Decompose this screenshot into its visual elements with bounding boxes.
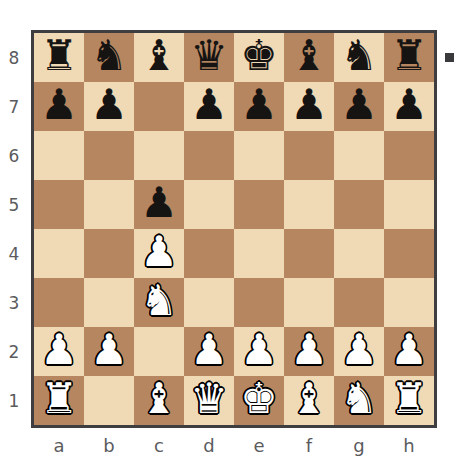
piece-white-rook-icon[interactable]: ♜ (40, 378, 78, 420)
square-h7[interactable]: ♟ (384, 82, 434, 131)
square-g1[interactable]: ♞ (334, 376, 384, 425)
square-g5[interactable] (334, 180, 384, 229)
square-e2[interactable]: ♟ (234, 327, 284, 376)
rank-label-8: 8 (0, 33, 28, 82)
square-a4[interactable] (34, 229, 84, 278)
piece-white-pawn-icon[interactable]: ♟ (190, 329, 228, 371)
square-c3[interactable]: ♞ (134, 278, 184, 327)
square-c8[interactable]: ♝ (134, 33, 184, 82)
square-f3[interactable] (284, 278, 334, 327)
square-b3[interactable] (84, 278, 134, 327)
piece-white-pawn-icon[interactable]: ♟ (40, 329, 78, 371)
square-e1[interactable]: ♚ (234, 376, 284, 425)
piece-white-king-icon[interactable]: ♚ (240, 378, 278, 420)
piece-black-pawn-icon[interactable]: ♟ (140, 182, 178, 224)
piece-black-pawn-icon[interactable]: ♟ (190, 84, 228, 126)
square-b7[interactable]: ♟ (84, 82, 134, 131)
square-f4[interactable] (284, 229, 334, 278)
square-g4[interactable] (334, 229, 384, 278)
file-label-c: c (134, 431, 184, 459)
square-c4[interactable]: ♟ (134, 229, 184, 278)
square-h4[interactable] (384, 229, 434, 278)
square-d8[interactable]: ♛ (184, 33, 234, 82)
square-b8[interactable]: ♞ (84, 33, 134, 82)
square-f7[interactable]: ♟ (284, 82, 334, 131)
piece-black-queen-icon[interactable]: ♛ (190, 35, 228, 77)
square-f8[interactable]: ♝ (284, 33, 334, 82)
piece-white-bishop-icon[interactable]: ♝ (140, 378, 178, 420)
piece-white-knight-icon[interactable]: ♞ (340, 378, 378, 420)
piece-white-rook-icon[interactable]: ♜ (390, 378, 428, 420)
square-e7[interactable]: ♟ (234, 82, 284, 131)
square-e6[interactable] (234, 131, 284, 180)
rank-label-7: 7 (0, 82, 28, 131)
square-a7[interactable]: ♟ (34, 82, 84, 131)
square-c1[interactable]: ♝ (134, 376, 184, 425)
square-c6[interactable] (134, 131, 184, 180)
piece-white-queen-icon[interactable]: ♛ (190, 378, 228, 420)
square-f1[interactable]: ♝ (284, 376, 334, 425)
piece-white-knight-icon[interactable]: ♞ (140, 280, 178, 322)
square-e4[interactable] (234, 229, 284, 278)
file-label-g: g (334, 431, 384, 459)
piece-white-pawn-icon[interactable]: ♟ (240, 329, 278, 371)
piece-white-pawn-icon[interactable]: ♟ (290, 329, 328, 371)
file-label-a: a (34, 431, 84, 459)
square-c7[interactable] (134, 82, 184, 131)
square-d4[interactable] (184, 229, 234, 278)
piece-black-bishop-icon[interactable]: ♝ (290, 35, 328, 77)
square-b4[interactable] (84, 229, 134, 278)
chess-board: ♜♞♝♛♚♝♞♜♟♟♟♟♟♟♟♟♟♞♟♟♟♟♟♟♟♜♝♛♚♝♞♜ (34, 33, 434, 425)
piece-white-pawn-icon[interactable]: ♟ (90, 329, 128, 371)
square-d1[interactable]: ♛ (184, 376, 234, 425)
piece-black-rook-icon[interactable]: ♜ (390, 35, 428, 77)
rank-label-6: 6 (0, 131, 28, 180)
piece-white-pawn-icon[interactable]: ♟ (340, 329, 378, 371)
square-h6[interactable] (384, 131, 434, 180)
piece-black-pawn-icon[interactable]: ♟ (340, 84, 378, 126)
square-h1[interactable]: ♜ (384, 376, 434, 425)
square-d6[interactable] (184, 131, 234, 180)
square-f2[interactable]: ♟ (284, 327, 334, 376)
square-d7[interactable]: ♟ (184, 82, 234, 131)
piece-black-pawn-icon[interactable]: ♟ (290, 84, 328, 126)
square-b1[interactable] (84, 376, 134, 425)
square-a5[interactable] (34, 180, 84, 229)
piece-black-bishop-icon[interactable]: ♝ (140, 35, 178, 77)
rank-label-4: 4 (0, 229, 28, 278)
rank-label-1: 1 (0, 376, 28, 425)
square-a1[interactable]: ♜ (34, 376, 84, 425)
square-g8[interactable]: ♞ (334, 33, 384, 82)
square-g7[interactable]: ♟ (334, 82, 384, 131)
piece-black-rook-icon[interactable]: ♜ (40, 35, 78, 77)
square-h3[interactable] (384, 278, 434, 327)
square-h5[interactable] (384, 180, 434, 229)
rank-label-5: 5 (0, 180, 28, 229)
square-e5[interactable] (234, 180, 284, 229)
piece-black-knight-icon[interactable]: ♞ (90, 35, 128, 77)
square-g2[interactable]: ♟ (334, 327, 384, 376)
square-a2[interactable]: ♟ (34, 327, 84, 376)
square-f5[interactable] (284, 180, 334, 229)
rank-labels: 87654321 (0, 33, 28, 425)
square-e3[interactable] (234, 278, 284, 327)
piece-black-knight-icon[interactable]: ♞ (340, 35, 378, 77)
file-label-h: h (384, 431, 434, 459)
piece-black-pawn-icon[interactable]: ♟ (390, 84, 428, 126)
piece-white-bishop-icon[interactable]: ♝ (290, 378, 328, 420)
square-b6[interactable] (84, 131, 134, 180)
square-d2[interactable]: ♟ (184, 327, 234, 376)
file-labels: abcdefgh (34, 431, 434, 459)
rank-label-2: 2 (0, 327, 28, 376)
square-c5[interactable]: ♟ (134, 180, 184, 229)
piece-black-pawn-icon[interactable]: ♟ (40, 84, 78, 126)
piece-black-pawn-icon[interactable]: ♟ (240, 84, 278, 126)
piece-black-pawn-icon[interactable]: ♟ (90, 84, 128, 126)
file-label-b: b (84, 431, 134, 459)
piece-black-king-icon[interactable]: ♚ (240, 35, 278, 77)
square-b2[interactable]: ♟ (84, 327, 134, 376)
black-to-move-indicator (445, 53, 454, 62)
square-h2[interactable]: ♟ (384, 327, 434, 376)
square-d3[interactable] (184, 278, 234, 327)
piece-white-pawn-icon[interactable]: ♟ (390, 329, 428, 371)
file-label-d: d (184, 431, 234, 459)
square-a3[interactable] (34, 278, 84, 327)
square-f6[interactable] (284, 131, 334, 180)
square-a8[interactable]: ♜ (34, 33, 84, 82)
rank-label-3: 3 (0, 278, 28, 327)
square-h8[interactable]: ♜ (384, 33, 434, 82)
piece-white-pawn-icon[interactable]: ♟ (140, 231, 178, 273)
file-label-f: f (284, 431, 334, 459)
square-c2[interactable] (134, 327, 184, 376)
chess-diagram-page: 87654321 ♜♞♝♛♚♝♞♜♟♟♟♟♟♟♟♟♟♞♟♟♟♟♟♟♟♜♝♛♚♝♞… (0, 0, 464, 464)
square-g3[interactable] (334, 278, 384, 327)
square-d5[interactable] (184, 180, 234, 229)
square-a6[interactable] (34, 131, 84, 180)
square-g6[interactable] (334, 131, 384, 180)
square-b5[interactable] (84, 180, 134, 229)
square-e8[interactable]: ♚ (234, 33, 284, 82)
board-frame: ♜♞♝♛♚♝♞♜♟♟♟♟♟♟♟♟♟♞♟♟♟♟♟♟♟♜♝♛♚♝♞♜ (31, 30, 437, 428)
file-label-e: e (234, 431, 284, 459)
